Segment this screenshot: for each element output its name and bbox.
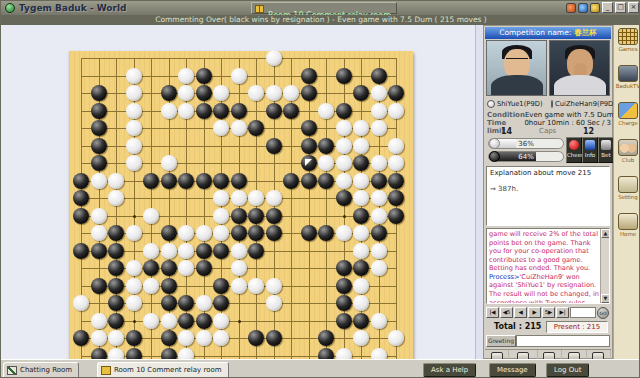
black-stone (371, 173, 387, 189)
rail-club-button[interactable]: Club (614, 136, 640, 173)
white-stone (143, 278, 159, 294)
star-point (343, 215, 346, 218)
white-stone (388, 103, 404, 119)
black-stone (266, 225, 282, 241)
white-stone (161, 243, 177, 259)
black-stone (301, 68, 317, 84)
white-stone (91, 208, 107, 224)
black-stone (196, 260, 212, 276)
white-stone (231, 260, 247, 276)
white-stone (353, 278, 369, 294)
black-stone (231, 225, 247, 241)
white-stone (371, 190, 387, 206)
black-stone (353, 260, 369, 276)
rail-baduktv-button[interactable]: BadukTV (614, 62, 640, 99)
search-icon[interactable] (578, 3, 588, 13)
present-move-box: Present : 215 (546, 321, 608, 333)
black-stone (301, 225, 317, 241)
rail-games-button[interactable]: Games (614, 25, 640, 62)
nav-forward5-button[interactable]: 5▶ (542, 307, 555, 318)
bet-dice-icon (601, 140, 611, 150)
white-stone (91, 330, 107, 346)
home-icon (7, 366, 17, 375)
white-stone (248, 85, 264, 101)
white-stone (336, 120, 352, 136)
black-stone (301, 85, 317, 101)
white-stone (213, 120, 229, 136)
black-stone (248, 208, 264, 224)
cheer-button[interactable]: Cheer (566, 137, 582, 163)
black-stone (301, 120, 317, 136)
white-stone (161, 103, 177, 119)
black-stone (161, 278, 177, 294)
black-stone (231, 103, 247, 119)
black-stone (318, 225, 334, 241)
white-stone (231, 243, 247, 259)
white-stone (353, 243, 369, 259)
white-stone (371, 120, 387, 136)
chat-message: Betting has ended. Thank you. (489, 264, 599, 273)
black-stone (161, 260, 177, 276)
move-number-input[interactable] (570, 307, 596, 318)
charge-icon (618, 102, 638, 119)
black-stone (143, 173, 159, 189)
captures-row: 14 Caps 12 (487, 127, 611, 137)
white-stone (126, 103, 142, 119)
nav-last-button[interactable]: ▶| (556, 307, 569, 318)
star-point (133, 215, 136, 218)
black-stone (283, 103, 299, 119)
white-stone (178, 330, 194, 346)
white-stone (91, 225, 107, 241)
white-stone (353, 295, 369, 311)
bet-button[interactable]: Bet (598, 137, 614, 163)
greeting-button[interactable]: Greeting (486, 335, 516, 347)
black-stone (336, 190, 352, 206)
white-stone (196, 295, 212, 311)
game-info-sidebar: Competition name: 春兰杯 ShiYue1(P9D) CuiZh… (483, 25, 613, 359)
white-stone (231, 120, 247, 136)
chat-scroll-down-icon[interactable]: ▼ (601, 294, 610, 303)
board-scrollbar[interactable] (475, 25, 483, 359)
white-stone (371, 260, 387, 276)
black-stone (91, 120, 107, 136)
competition-header: Competition name: 春兰杯 (485, 27, 611, 39)
skin-icon[interactable] (566, 3, 576, 13)
black-stone (301, 138, 317, 154)
cheer-ball-icon (569, 140, 579, 150)
black-stone (388, 190, 404, 206)
white-stone (143, 243, 159, 259)
black-stone (371, 225, 387, 241)
star-point (133, 320, 136, 323)
white-stone (196, 330, 212, 346)
black-stone (353, 208, 369, 224)
black-player-photo (549, 40, 610, 96)
window-title: Tygem Baduk - World (19, 3, 127, 13)
white-stone (388, 330, 404, 346)
black-stone (161, 85, 177, 101)
black-stone (283, 173, 299, 189)
white-stone (336, 225, 352, 241)
white-stone (248, 190, 264, 206)
white-stone (91, 173, 107, 189)
captures-label: Caps (539, 127, 556, 135)
white-stone (336, 138, 352, 154)
black-stone (73, 173, 89, 189)
white-player-row[interactable]: ShiYue1(P9D) (484, 98, 548, 110)
black-stone (108, 243, 124, 259)
white-stone (108, 330, 124, 346)
white-stone (248, 278, 264, 294)
white-stone (178, 68, 194, 84)
black-bet-percent: 64% (489, 152, 563, 162)
white-stone (266, 85, 282, 101)
white-stone (178, 103, 194, 119)
maximize-button[interactable]: □ (615, 2, 626, 13)
black-stone (91, 103, 107, 119)
black-stone (248, 243, 264, 259)
black-stone (161, 225, 177, 241)
white-stone (108, 190, 124, 206)
chat-box[interactable]: game will receive 2% of the total points… (486, 228, 610, 304)
white-stone (161, 313, 177, 329)
white-stone (266, 50, 282, 66)
black-stone (231, 173, 247, 189)
chat-message: Process>'CuiZheHan9' won against 'ShiYue… (489, 273, 599, 290)
board-area (1, 25, 483, 359)
black-stone (108, 313, 124, 329)
nav-forward-button[interactable]: ▶ (528, 307, 541, 318)
white-stone (353, 190, 369, 206)
info-button[interactable]: Info (582, 137, 598, 163)
black-stone (213, 295, 229, 311)
black-stone (213, 103, 229, 119)
black-stone (213, 173, 229, 189)
black-stone (91, 155, 107, 171)
white-stone (336, 173, 352, 189)
white-stone (178, 243, 194, 259)
white-bar-knob (489, 138, 500, 149)
black-stone (196, 313, 212, 329)
rail-charge-button[interactable]: Charge (614, 99, 640, 136)
white-stone (318, 155, 334, 171)
competition-label: Competition name: (499, 27, 571, 39)
white-stone (388, 155, 404, 171)
white-stone (126, 85, 142, 101)
black-stone (108, 225, 124, 241)
app-window: Tygem Baduk - World Room 10 Comment rela… (0, 0, 640, 378)
black-stone (73, 208, 89, 224)
black-stone (318, 173, 334, 189)
black-stone (318, 330, 334, 346)
white-stone (371, 103, 387, 119)
white-stone (353, 138, 369, 154)
greeting-input[interactable] (516, 335, 610, 347)
black-stone (196, 103, 212, 119)
club-icon (618, 139, 638, 156)
black-stone (108, 278, 124, 294)
black-captures: 12 (583, 127, 594, 136)
black-stone (336, 68, 352, 84)
total-moves: 215 (525, 322, 542, 331)
white-stone (213, 190, 229, 206)
black-stone (231, 208, 247, 224)
white-stone (353, 225, 369, 241)
home-icon (618, 213, 638, 230)
nav-first-button[interactable]: |◀ (486, 307, 499, 318)
rail-home-button[interactable]: Home (614, 210, 640, 247)
room-grid-icon (255, 5, 264, 13)
white-stone (371, 85, 387, 101)
white-stone (353, 330, 369, 346)
white-stone (126, 68, 142, 84)
black-stone (248, 225, 264, 241)
black-stone (266, 103, 282, 119)
black-stone (196, 68, 212, 84)
white-stone (178, 260, 194, 276)
info-panel-icon (585, 140, 595, 150)
white-stone (126, 138, 142, 154)
white-stone (318, 103, 334, 119)
black-stone (213, 278, 229, 294)
white-stone (353, 120, 369, 136)
tab-chatting-room[interactable]: Chatting Room (3, 362, 79, 378)
white-stone (178, 225, 194, 241)
black-stone (336, 278, 352, 294)
black-stone (301, 155, 317, 171)
pin-icon[interactable] (590, 3, 600, 13)
white-stone (371, 155, 387, 171)
baduktv-icon (618, 65, 638, 82)
black-player-name: CuiZheHan9(P9D) (555, 100, 616, 108)
black-bet-bar[interactable]: 64% (488, 151, 564, 162)
star-point (238, 320, 241, 323)
title-bar: Tygem Baduk - World Room 10 Comment rela… (1, 1, 640, 15)
black-stone (108, 295, 124, 311)
total-label: Total : (494, 322, 522, 331)
black-stone (266, 330, 282, 346)
black-stone (388, 173, 404, 189)
chat-scroll-up-icon[interactable]: ▲ (601, 229, 610, 238)
black-stone (178, 313, 194, 329)
white-bet-percent: 36% (489, 139, 563, 149)
black-stone (196, 243, 212, 259)
black-stone (196, 85, 212, 101)
black-stone (248, 120, 264, 136)
white-captures: 14 (501, 127, 512, 136)
black-stone (91, 138, 107, 154)
white-stone-icon (487, 100, 495, 108)
white-stone (283, 85, 299, 101)
white-stone (126, 155, 142, 171)
black-stone (126, 330, 142, 346)
bottom-strip: Chatting Room Room 10 Comment relay room… (1, 359, 640, 378)
black-stone (336, 260, 352, 276)
last-move-marker (305, 159, 312, 166)
chat-message: The result will not be changed, in accor… (489, 290, 599, 304)
white-stone (143, 313, 159, 329)
white-stone (266, 295, 282, 311)
black-stone (108, 260, 124, 276)
competition-value: 春兰杯 (574, 27, 597, 39)
white-stone (91, 313, 107, 329)
tab-room10[interactable]: Room 10 Comment relay room (97, 362, 229, 378)
white-stone (213, 225, 229, 241)
room-grid-icon (101, 366, 111, 375)
black-stone (161, 330, 177, 346)
right-rail: GamesBadukTVChargeClubSettingHome (613, 25, 640, 359)
black-stone-icon (551, 100, 553, 108)
black-stone (91, 278, 107, 294)
white-stone (126, 120, 142, 136)
black-stone (388, 208, 404, 224)
move-navigation: |◀ ◀5 ◀ ▶ 5▶ ▶| GO (486, 307, 610, 320)
message-button[interactable]: Message (489, 363, 536, 377)
move-totals: Total : 215 Present : 215 (486, 321, 610, 334)
black-stone (266, 208, 282, 224)
status-bar: Commenting Over( black wins by resignati… (1, 15, 640, 25)
white-stone (126, 295, 142, 311)
black-stone (248, 330, 264, 346)
go-button[interactable]: GO (597, 307, 609, 319)
white-stone (231, 68, 247, 84)
explanation-text: ⇒ 387h. (490, 185, 606, 193)
black-stone (353, 155, 369, 171)
white-stone (371, 313, 387, 329)
setting-icon (618, 176, 638, 193)
white-stone (178, 85, 194, 101)
chat-message: game will receive 2% of the total points… (489, 230, 599, 264)
white-bet-bar[interactable]: 36% (488, 138, 564, 149)
white-stone (126, 225, 142, 241)
black-stone (336, 313, 352, 329)
black-stone (73, 190, 89, 206)
white-stone (126, 260, 142, 276)
black-stone (161, 173, 177, 189)
move-explanation-box: Explanation about move 215 ⇒ 387h. (486, 166, 610, 226)
black-player-row[interactable]: CuiZheHan9(P9D) (548, 98, 612, 110)
explanation-title: Explanation about move 215 (490, 169, 606, 177)
white-stone (73, 295, 89, 311)
white-stone (143, 208, 159, 224)
white-stone (266, 190, 282, 206)
white-stone (213, 330, 229, 346)
black-stone (178, 295, 194, 311)
white-stone (126, 278, 142, 294)
black-stone (388, 85, 404, 101)
go-board[interactable] (69, 51, 413, 378)
black-stone (73, 243, 89, 259)
white-stone (371, 243, 387, 259)
white-stone (196, 225, 212, 241)
games-icon (618, 28, 638, 45)
nav-back-button[interactable]: ◀ (514, 307, 527, 318)
black-stone (91, 243, 107, 259)
room-caption[interactable]: Room 10 Comment relay room (251, 2, 397, 14)
black-stone (266, 138, 282, 154)
white-stone (336, 155, 352, 171)
chat-scrollbar[interactable]: ▲ ▼ (600, 229, 609, 303)
black-stone (353, 313, 369, 329)
black-stone (213, 243, 229, 259)
black-bar-knob (489, 151, 500, 162)
minimize-button[interactable]: _ (602, 2, 613, 13)
black-stone (143, 260, 159, 276)
rail-setting-button[interactable]: Setting (614, 173, 640, 210)
white-stone (371, 208, 387, 224)
white-player-name: ShiYue1(P9D) (497, 100, 543, 108)
black-stone (161, 295, 177, 311)
white-stone (388, 138, 404, 154)
close-button[interactable]: × (628, 2, 639, 13)
black-stone (196, 173, 212, 189)
black-stone (336, 295, 352, 311)
black-stone (318, 138, 334, 154)
black-stone (178, 173, 194, 189)
black-stone (353, 85, 369, 101)
white-stone (231, 190, 247, 206)
white-stone (266, 278, 282, 294)
white-stone (213, 313, 229, 329)
app-globe-icon (5, 3, 15, 13)
white-stone (353, 173, 369, 189)
black-stone (336, 103, 352, 119)
black-stone (91, 85, 107, 101)
white-stone (213, 208, 229, 224)
ask-help-button[interactable]: Ask a Help (423, 363, 476, 377)
white-stone (213, 85, 229, 101)
white-stone (108, 173, 124, 189)
nav-back5-button[interactable]: ◀5 (500, 307, 513, 318)
game-status-text: Commenting Over( black wins by resignati… (1, 15, 640, 25)
logout-button[interactable]: Log Out (546, 363, 589, 377)
white-stone (161, 155, 177, 171)
black-stone (73, 330, 89, 346)
white-player-photo (486, 40, 547, 96)
white-stone (231, 278, 247, 294)
black-stone (371, 68, 387, 84)
black-stone (301, 173, 317, 189)
